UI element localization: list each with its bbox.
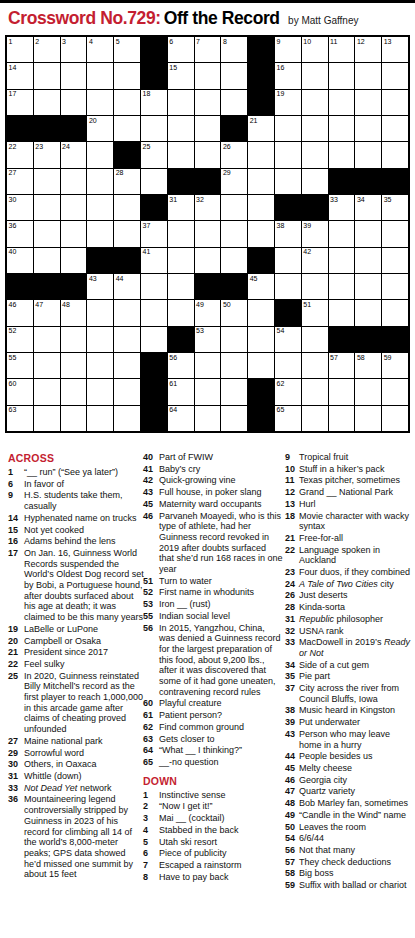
clue-number: 43 (143, 487, 159, 498)
grid-cell[interactable]: 35 (382, 195, 408, 220)
clue-number: 63 (143, 734, 159, 745)
grid-cell[interactable] (87, 221, 113, 246)
grid-cell[interactable] (275, 169, 301, 194)
clue-text: Campbell or Osaka (24, 636, 145, 647)
clue-number: 9 (8, 490, 24, 511)
cell-number: 53 (196, 327, 204, 335)
clue-down-47: 47Quartz variety (285, 786, 412, 797)
clue-down-39: 39Put underwater (285, 717, 412, 728)
grid-cell[interactable] (87, 379, 113, 404)
grid-cell[interactable] (61, 406, 87, 431)
cell-number: 38 (276, 222, 284, 230)
clue-number: 31 (8, 771, 24, 782)
grid-cell[interactable]: 24 (61, 142, 87, 167)
grid-cell[interactable]: 5 (114, 37, 140, 62)
clue-text: “Now I get it!” (159, 801, 283, 812)
grid-cell[interactable] (382, 248, 408, 273)
grid-cell[interactable] (221, 248, 247, 273)
grid-cell[interactable] (61, 90, 87, 115)
clue-down-6: 6Piece of publicity (143, 848, 283, 859)
grid-cell[interactable]: 21 (248, 116, 274, 141)
grid-cell[interactable]: 30 (7, 195, 33, 220)
grid-cell[interactable]: 17 (7, 90, 33, 115)
clue-number: 8 (143, 872, 159, 883)
grid-cell[interactable] (355, 248, 381, 273)
grid-cell[interactable] (302, 116, 328, 141)
clue-across-61: 61Patient person? (143, 710, 283, 721)
grid-cell[interactable] (61, 221, 87, 246)
grid-cell[interactable]: 3 (61, 37, 87, 62)
clue-text: They check deductions (299, 857, 412, 868)
grid-cell[interactable]: 32 (195, 195, 221, 220)
black-square (114, 142, 140, 167)
clue-number: 54 (285, 833, 299, 844)
grid-cell[interactable]: 41 (141, 248, 167, 273)
grid-cell[interactable] (195, 248, 221, 273)
grid-cell[interactable]: 49 (195, 300, 221, 325)
grid-cell[interactable] (114, 300, 140, 325)
cell-number: 16 (276, 64, 284, 72)
grid-cell[interactable] (195, 90, 221, 115)
grid-cell[interactable] (248, 195, 274, 220)
cell-number: 5 (116, 38, 120, 46)
grid-cell[interactable] (221, 195, 247, 220)
grid-cell[interactable] (329, 63, 355, 88)
grid-cell[interactable] (329, 221, 355, 246)
grid-cell[interactable]: 45 (248, 274, 274, 299)
clue-down-7: 7Escaped a rainstorm (143, 860, 283, 871)
clue-down-37: 37City across the river from Council Blu… (285, 683, 412, 704)
grid-cell[interactable] (302, 274, 328, 299)
grid-cell[interactable] (114, 195, 140, 220)
grid-cell[interactable] (114, 327, 140, 352)
cell-number: 8 (223, 38, 227, 46)
grid-cell[interactable] (329, 300, 355, 325)
cell-number: 60 (9, 380, 17, 388)
grid-cell[interactable] (302, 379, 328, 404)
grid-cell[interactable]: 26 (221, 142, 247, 167)
grid-cell[interactable] (275, 116, 301, 141)
grid-cell[interactable] (195, 63, 221, 88)
grid-cell[interactable]: 33 (329, 195, 355, 220)
grid-cell[interactable] (382, 116, 408, 141)
clue-text: Person who may leave home in a hurry (299, 729, 412, 750)
grid-cell[interactable]: 36 (7, 221, 33, 246)
grid-cell[interactable] (275, 248, 301, 273)
grid-cell[interactable] (34, 379, 60, 404)
clue-text: Leaves the room (299, 822, 412, 833)
clue-down-43: 43Person who may leave home in a hurry (285, 729, 412, 750)
grid-cell[interactable] (248, 300, 274, 325)
cell-number: 35 (384, 196, 392, 204)
grid-cell[interactable] (61, 248, 87, 273)
grid-cell[interactable] (248, 327, 274, 352)
grid-cell[interactable]: 40 (7, 248, 33, 273)
grid-cell[interactable]: 60 (7, 379, 33, 404)
grid-cell[interactable] (34, 63, 60, 88)
cell-number: 22 (9, 143, 17, 151)
grid-cell[interactable]: 25 (141, 142, 167, 167)
cell-number: 63 (9, 406, 17, 414)
grid-cell[interactable] (34, 195, 60, 220)
clue-text: Music heard in Kingston (299, 705, 412, 716)
grid-cell[interactable] (275, 353, 301, 378)
cell-number: 40 (9, 248, 17, 256)
grid-cell[interactable] (302, 327, 328, 352)
grid-cell[interactable] (61, 195, 87, 220)
grid-cell[interactable]: 55 (7, 353, 33, 378)
grid-cell[interactable] (87, 169, 113, 194)
grid-cell[interactable]: 59 (382, 353, 408, 378)
clue-text: Escaped a rainstorm (159, 860, 283, 871)
grid-cell[interactable] (114, 116, 140, 141)
grid-cell[interactable] (87, 90, 113, 115)
black-square (248, 63, 274, 88)
grid-cell[interactable] (114, 353, 140, 378)
grid-cell[interactable]: 18 (141, 90, 167, 115)
cell-number: 24 (62, 143, 70, 151)
grid-cell[interactable] (34, 248, 60, 273)
grid-cell[interactable] (87, 300, 113, 325)
grid-cell[interactable]: 12 (355, 37, 381, 62)
grid-cell[interactable]: 64 (168, 406, 194, 431)
across-clues-part2: 40Part of FWIW41Baby’s cry42Quick-growin… (143, 452, 283, 768)
grid-cell[interactable] (355, 90, 381, 115)
cell-number: 15 (169, 64, 177, 72)
grid-cell[interactable] (114, 406, 140, 431)
grid-cell[interactable] (382, 142, 408, 167)
grid-cell[interactable] (221, 379, 247, 404)
grid-cell[interactable] (195, 379, 221, 404)
grid-cell[interactable] (168, 248, 194, 273)
grid-cell[interactable] (114, 221, 140, 246)
clue-text: Grand __ National Park (299, 487, 412, 498)
grid-cell[interactable] (302, 406, 328, 431)
grid-cell[interactable] (168, 142, 194, 167)
clue-down-32: 32USNA rank (285, 626, 412, 637)
grid-cell[interactable] (302, 142, 328, 167)
grid-cell[interactable] (221, 327, 247, 352)
black-square (61, 274, 87, 299)
grid-cell[interactable] (275, 142, 301, 167)
cell-number: 64 (169, 406, 177, 414)
cell-number: 44 (116, 275, 124, 283)
grid-cell[interactable]: 42 (302, 248, 328, 273)
clue-text: Republic philosopher (299, 614, 412, 625)
clue-text: Quick-growing vine (159, 475, 283, 486)
grid-cell[interactable]: 37 (141, 221, 167, 246)
grid-cell[interactable] (114, 90, 140, 115)
clue-down-50: 50Leaves the room (285, 822, 412, 833)
grid-cell[interactable]: 50 (221, 300, 247, 325)
clue-number: 46 (143, 511, 159, 575)
clue-number: 1 (143, 790, 159, 801)
grid-cell[interactable] (141, 327, 167, 352)
grid-cell[interactable] (87, 142, 113, 167)
grid-cell[interactable] (355, 406, 381, 431)
grid-cell[interactable]: 38 (275, 221, 301, 246)
clue-text: Others, in Oaxaca (24, 759, 145, 770)
clue-number: 2 (143, 801, 159, 812)
grid-cell[interactable] (61, 353, 87, 378)
grid-cell[interactable] (329, 142, 355, 167)
clue-text: USNA rank (299, 626, 412, 637)
grid-cell[interactable] (355, 142, 381, 167)
grid-cell[interactable] (168, 221, 194, 246)
clue-across-6: 6In favor of (8, 479, 145, 490)
grid-cell[interactable]: 2 (34, 37, 60, 62)
clue-text: Big boss (299, 868, 412, 879)
clue-across-43: 43Full house, in poker slang (143, 487, 283, 498)
grid-cell[interactable] (61, 327, 87, 352)
clue-number: 65 (143, 757, 159, 768)
grid-cell[interactable] (61, 169, 87, 194)
clue-number: 5 (143, 837, 159, 848)
grid-cell[interactable]: 47 (34, 300, 60, 325)
grid-cell[interactable]: 27 (7, 169, 33, 194)
black-square (248, 90, 274, 115)
grid-cell[interactable]: 65 (275, 406, 301, 431)
grid-cell[interactable] (61, 379, 87, 404)
clue-text: Patient person? (159, 710, 283, 721)
grid-cell[interactable] (382, 379, 408, 404)
grid-cell[interactable] (141, 169, 167, 194)
grid-cell[interactable] (329, 90, 355, 115)
grid-cell[interactable]: 9 (275, 37, 301, 62)
grid-cell[interactable] (141, 116, 167, 141)
grid-cell[interactable] (355, 300, 381, 325)
grid-cell[interactable]: 6 (168, 37, 194, 62)
clue-number: 39 (285, 717, 299, 728)
clue-text: Turn to water (159, 576, 283, 587)
clue-number: 25 (8, 671, 24, 735)
grid-cell[interactable] (195, 142, 221, 167)
clue-text: H.S. students take them, casually (24, 490, 145, 511)
grid-cell[interactable] (87, 406, 113, 431)
clue-text: Part of FWIW (159, 452, 283, 463)
grid-cell[interactable] (302, 169, 328, 194)
grid-cell[interactable]: 48 (61, 300, 87, 325)
clue-down-33: 33MacDowell in 2019’s Ready or Not (285, 637, 412, 658)
cell-number: 10 (303, 38, 311, 46)
grid-cell[interactable] (248, 221, 274, 246)
grid-cell[interactable]: 43 (87, 274, 113, 299)
grid-cell[interactable] (302, 90, 328, 115)
grid-cell[interactable]: 29 (221, 169, 247, 194)
black-square (141, 406, 167, 431)
clue-number: 61 (143, 710, 159, 721)
grid-cell[interactable]: 34 (355, 195, 381, 220)
grid-cell[interactable]: 28 (114, 169, 140, 194)
clue-across-46: 46Parvaneh Moayedi, who is this type of … (143, 511, 283, 575)
grid-cell[interactable] (87, 327, 113, 352)
clue-text: Not Dead Yet network (24, 783, 145, 794)
clue-number: 42 (143, 475, 159, 486)
grid-cell[interactable]: 22 (7, 142, 33, 167)
grid-cell[interactable] (34, 353, 60, 378)
cell-number: 21 (250, 117, 258, 125)
across-clues-part1: 1“__ run” (“See ya later”)6In favor of9H… (8, 467, 145, 880)
grid-cell[interactable] (195, 116, 221, 141)
clue-text: Quartz variety (299, 786, 412, 797)
grid-cell[interactable] (168, 90, 194, 115)
grid-cell[interactable] (248, 169, 274, 194)
grid-cell[interactable]: 53 (195, 327, 221, 352)
grid-cell[interactable] (382, 63, 408, 88)
grid-cell[interactable] (34, 169, 60, 194)
grid-cell[interactable]: 8 (221, 37, 247, 62)
grid-cell[interactable] (329, 274, 355, 299)
clue-number: 34 (285, 660, 299, 671)
grid-cell[interactable] (329, 406, 355, 431)
grid-cell[interactable] (61, 63, 87, 88)
black-square (329, 169, 355, 194)
grid-cell[interactable] (221, 221, 247, 246)
grid-cell[interactable] (329, 379, 355, 404)
cell-number: 1 (9, 38, 13, 46)
clue-down-44: 44People besides us (285, 751, 412, 762)
grid-cell[interactable] (87, 195, 113, 220)
grid-cell[interactable]: 51 (302, 300, 328, 325)
grid-cell[interactable] (34, 221, 60, 246)
grid-cell[interactable] (221, 406, 247, 431)
grid-cell[interactable]: 13 (382, 37, 408, 62)
clue-across-40: 40Part of FWIW (143, 452, 283, 463)
grid-cell[interactable] (382, 274, 408, 299)
clues-column-middle: 40Part of FWIW41Baby’s cry42Quick-growin… (143, 452, 283, 883)
clue-number: 22 (8, 659, 24, 670)
cell-number: 41 (142, 248, 150, 256)
grid-cell[interactable] (302, 353, 328, 378)
grid-cell[interactable] (382, 90, 408, 115)
grid-cell[interactable]: 63 (7, 406, 33, 431)
clue-number: 16 (8, 536, 24, 547)
grid-cell[interactable] (141, 300, 167, 325)
grid-cell[interactable] (355, 63, 381, 88)
grid-cell[interactable] (87, 353, 113, 378)
clue-text: “What __ I thinking?” (159, 745, 283, 756)
grid-cell[interactable] (168, 300, 194, 325)
grid-cell[interactable] (195, 221, 221, 246)
clue-text: Kinda-sorta (299, 602, 412, 613)
clue-across-25: 25In 2020, Guinness reinstated Billy Mit… (8, 671, 145, 735)
grid-cell[interactable] (355, 221, 381, 246)
clue-number: 52 (143, 587, 159, 598)
cell-number: 11 (330, 38, 337, 46)
grid-cell[interactable] (355, 379, 381, 404)
grid-cell[interactable]: 15 (168, 63, 194, 88)
clue-across-64: 64“What __ I thinking?” (143, 745, 283, 756)
grid-cell[interactable] (168, 116, 194, 141)
grid-cell[interactable]: 1 (7, 37, 33, 62)
grid-cell[interactable]: 58 (355, 353, 381, 378)
cell-number: 26 (223, 143, 231, 151)
grid-cell[interactable] (168, 274, 194, 299)
grid-cell[interactable] (382, 221, 408, 246)
grid-cell[interactable] (221, 353, 247, 378)
grid-cell[interactable] (114, 63, 140, 88)
grid-cell[interactable]: 23 (34, 142, 60, 167)
grid-cell[interactable]: 10 (302, 37, 328, 62)
grid-cell[interactable] (87, 63, 113, 88)
grid-cell[interactable] (329, 116, 355, 141)
cell-number: 29 (223, 169, 231, 177)
cell-number: 65 (276, 406, 284, 414)
clue-across-29: 29Sorrowful word (8, 748, 145, 759)
grid-cell[interactable]: 16 (275, 63, 301, 88)
grid-cell[interactable] (302, 63, 328, 88)
clue-number: 33 (8, 783, 24, 794)
clue-number: 11 (285, 475, 299, 486)
cell-number: 45 (250, 275, 258, 283)
grid-cell[interactable]: 4 (87, 37, 113, 62)
grid-cell[interactable]: 52 (7, 327, 33, 352)
grid-cell[interactable]: 44 (114, 274, 140, 299)
grid-cell[interactable] (221, 90, 247, 115)
cell-number: 4 (89, 38, 93, 46)
cell-number: 33 (330, 196, 338, 204)
grid-cell[interactable] (355, 116, 381, 141)
grid-cell[interactable]: 56 (168, 353, 194, 378)
grid-cell[interactable] (275, 274, 301, 299)
grid-cell[interactable] (34, 90, 60, 115)
grid-cell[interactable]: 46 (7, 300, 33, 325)
clue-down-35: 35Pie part (285, 671, 412, 682)
grid-cell[interactable]: 31 (168, 195, 194, 220)
grid-cell[interactable]: 57 (329, 353, 355, 378)
grid-cell[interactable]: 61 (168, 379, 194, 404)
puzzle-byline: by Matt Gaffney (288, 15, 358, 26)
black-square (141, 379, 167, 404)
clue-number: 55 (143, 611, 159, 622)
black-square (248, 37, 274, 62)
grid-cell[interactable]: 20 (87, 116, 113, 141)
cell-number: 30 (9, 196, 17, 204)
grid-cell[interactable] (221, 63, 247, 88)
clue-number: 31 (285, 614, 299, 625)
cell-number: 34 (357, 196, 365, 204)
black-square (87, 248, 113, 273)
grid-cell[interactable] (329, 248, 355, 273)
grid-cell[interactable] (248, 142, 274, 167)
clue-text: Feel sulky (24, 659, 145, 670)
grid-cell[interactable]: 7 (195, 37, 221, 62)
grid-cell[interactable] (382, 300, 408, 325)
grid-cell[interactable] (195, 353, 221, 378)
grid-cell[interactable]: 62 (275, 379, 301, 404)
grid-cell[interactable]: 54 (275, 327, 301, 352)
grid-cell[interactable] (34, 406, 60, 431)
grid-cell[interactable]: 19 (275, 90, 301, 115)
crossword-grid[interactable]: 1234567891011121314151617181920212223242… (5, 35, 410, 433)
grid-cell[interactable] (114, 379, 140, 404)
clue-text: Suffix with ballad or chariot (299, 880, 412, 891)
clue-text: 6/6/44 (299, 833, 412, 844)
grid-cell[interactable]: 39 (302, 221, 328, 246)
grid-cell[interactable] (195, 406, 221, 431)
grid-cell[interactable] (141, 274, 167, 299)
grid-cell[interactable] (382, 406, 408, 431)
grid-cell[interactable]: 11 (329, 37, 355, 62)
cell-number: 50 (223, 301, 231, 309)
clue-across-22: 22Feel sulky (8, 659, 145, 670)
grid-cell[interactable]: 14 (7, 63, 33, 88)
grid-cell[interactable] (248, 353, 274, 378)
clue-number: 17 (8, 548, 24, 623)
grid-cell[interactable] (34, 327, 60, 352)
grid-cell[interactable] (355, 274, 381, 299)
clue-number: 59 (285, 880, 299, 891)
